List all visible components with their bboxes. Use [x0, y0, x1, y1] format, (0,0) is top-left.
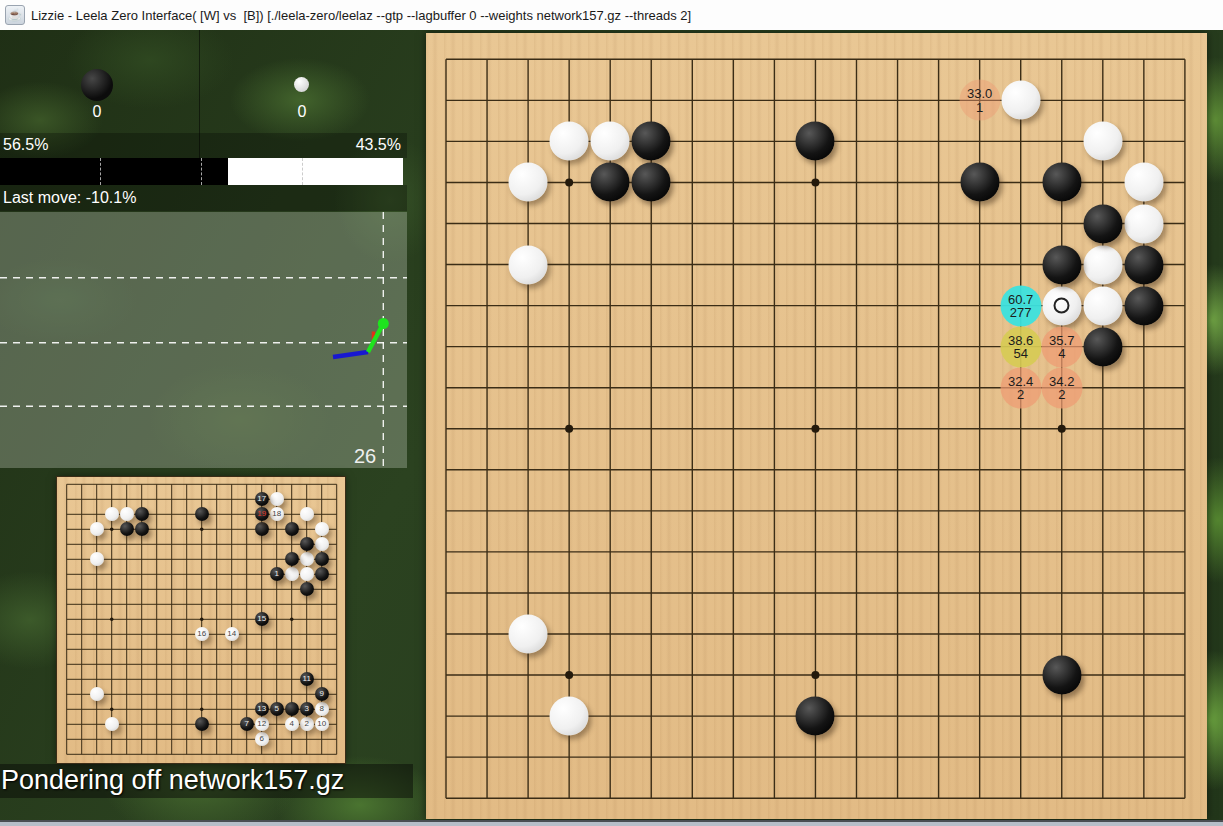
- variation-move-number: 18: [272, 510, 281, 518]
- variation-stone-19: 19: [255, 507, 269, 521]
- candidate-move-P11[interactable]: 32.42: [1000, 367, 1041, 408]
- variation-base-stone-S15: [315, 537, 329, 551]
- stone-white-D3: [550, 697, 589, 736]
- stone-black-K3: [796, 697, 835, 736]
- white-capture-stone-icon: [294, 77, 309, 92]
- variation-stone-7: 7: [240, 717, 254, 731]
- winrate-graph[interactable]: 26: [0, 212, 407, 468]
- winrate-bar: [0, 158, 403, 185]
- variation-base-stone-C14: [90, 552, 104, 566]
- candidate-visits: 2: [1058, 388, 1065, 402]
- star-point: [110, 708, 114, 712]
- variation-stone-5: 5: [270, 702, 284, 716]
- variation-move-number: 14: [227, 630, 236, 638]
- variation-move-number: 16: [197, 630, 206, 638]
- stone-black-Q16: [1042, 163, 1081, 202]
- stone-black-E16: [591, 163, 630, 202]
- star-point: [200, 708, 204, 712]
- variation-stone-13: 13: [255, 702, 269, 716]
- star-point: [200, 618, 204, 622]
- star-point: [110, 618, 114, 622]
- variation-base-stone-K17: [195, 507, 209, 521]
- variation-base-stone-Q13: [285, 567, 299, 581]
- variation-stone-6: 6: [255, 732, 269, 746]
- stone-black-F17: [632, 122, 671, 161]
- variation-base-stone-R13: [300, 567, 314, 581]
- last-move-delta-label: Last move: -10.1%: [0, 185, 407, 211]
- star-point: [200, 528, 204, 532]
- stone-black-K17: [796, 122, 835, 161]
- candidate-move-P13[interactable]: 60.7277: [1000, 285, 1041, 326]
- black-capture-stone-icon: [81, 69, 113, 101]
- variation-base-stone-R14: [300, 552, 314, 566]
- stone-white-C14: [509, 245, 548, 284]
- variation-base-stone-Q4: [285, 702, 299, 716]
- variation-move-number: 3: [304, 705, 308, 713]
- variation-move-number: 15: [257, 615, 266, 623]
- stone-white-Q13: [1042, 286, 1081, 325]
- variation-stone-18: 18: [270, 507, 284, 521]
- variation-stone-11: 11: [300, 672, 314, 686]
- candidate-winrate: 33.0: [967, 87, 992, 101]
- winrate-bar-50-tick: [201, 158, 202, 185]
- variation-move-number: 9: [319, 690, 323, 698]
- variation-base-stone-P18: [270, 492, 284, 506]
- stone-white-C5: [509, 615, 548, 654]
- stone-white-C16: [509, 163, 548, 202]
- variation-base-stone-C5: [90, 687, 104, 701]
- candidate-visits: 277: [1010, 306, 1032, 320]
- window-title: Lizzie - Leela Zero Interface( [W] vs [B…: [31, 8, 691, 23]
- stone-white-D17: [550, 122, 589, 161]
- stone-black-S13: [1124, 286, 1163, 325]
- variation-base-stone-D17: [105, 507, 119, 521]
- variation-stone-1: 1: [270, 567, 284, 581]
- variation-base-stone-F17: [135, 507, 149, 521]
- candidate-winrate: 35.7: [1049, 333, 1074, 347]
- graph-move-number-label: 26: [354, 445, 376, 467]
- candidate-winrate: 34.2: [1049, 374, 1074, 388]
- stone-white-R17: [1083, 122, 1122, 161]
- star-point: [811, 425, 819, 433]
- variation-move-number: 12: [257, 720, 266, 728]
- variation-stone-10: 10: [315, 717, 329, 731]
- variation-stone-9: 9: [315, 687, 329, 701]
- stone-black-R12: [1083, 327, 1122, 366]
- variation-move-number: 8: [319, 705, 323, 713]
- stone-black-F16: [632, 163, 671, 202]
- variation-base-stone-S16: [315, 522, 329, 536]
- candidate-move-Q12[interactable]: 35.74: [1041, 326, 1082, 367]
- star-point: [565, 425, 573, 433]
- star-point: [565, 178, 573, 186]
- candidate-visits: 54: [1013, 347, 1027, 361]
- graph-overlay: [0, 212, 407, 468]
- variation-stone-15: 15: [255, 612, 269, 626]
- candidate-winrate: 60.7: [1008, 292, 1033, 306]
- stone-black-O16: [960, 163, 999, 202]
- star-point: [811, 671, 819, 679]
- winrate-bar-25-tick: [100, 158, 101, 185]
- variation-base-stone-F16: [135, 522, 149, 536]
- variation-stone-17: 17: [255, 492, 269, 506]
- variation-base-stone-Q16: [285, 522, 299, 536]
- variation-stone-2: 2: [300, 717, 314, 731]
- stone-white-S16: [1124, 163, 1163, 202]
- variation-base-stone-R17: [300, 507, 314, 521]
- white-winrate-label: 43.5%: [356, 136, 401, 154]
- main-go-board[interactable]: 60.727738.65435.7434.2232.4233.01: [426, 33, 1207, 819]
- variation-base-stone-C16: [90, 522, 104, 536]
- lizzie-window: ☕ Lizzie - Leela Zero Interface( [W] vs …: [0, 0, 1223, 826]
- stone-black-Q14: [1042, 245, 1081, 284]
- winrate-label-band: 56.5% 43.5%: [0, 133, 407, 158]
- variation-stone-4: 4: [285, 717, 299, 731]
- variation-move-number: 2: [304, 720, 308, 728]
- black-winrate-label: 56.5%: [3, 136, 48, 154]
- variation-move-number: 13: [257, 705, 266, 713]
- candidate-visits: 4: [1058, 347, 1065, 361]
- last-move-marker: [1054, 298, 1070, 314]
- variation-move-number: 19: [257, 510, 266, 518]
- variation-stone-16: 16: [195, 627, 209, 641]
- variation-base-stone-K3: [195, 717, 209, 731]
- variation-base-stone-O16: [255, 522, 269, 536]
- star-point: [110, 528, 114, 532]
- candidate-winrate: 32.4: [1008, 374, 1033, 388]
- variation-move-number: 6: [259, 735, 263, 743]
- candidate-move-Q11[interactable]: 34.22: [1041, 367, 1082, 408]
- variation-move-number: 10: [317, 720, 326, 728]
- variation-base-stone-D3: [105, 717, 119, 731]
- stone-white-E17: [591, 122, 630, 161]
- stone-black-R15: [1083, 204, 1122, 243]
- variation-stone-12: 12: [255, 717, 269, 731]
- window-frame-bottom: [0, 822, 1223, 826]
- candidate-visits: 1: [976, 100, 983, 114]
- variation-stone-8: 8: [315, 702, 329, 716]
- stone-white-S15: [1124, 204, 1163, 243]
- java-coffee-cup-icon: ☕: [5, 5, 25, 25]
- variation-base-stone-R12: [300, 582, 314, 596]
- variation-stone-3: 3: [300, 702, 314, 716]
- stone-white-P18: [1001, 81, 1040, 120]
- variation-base-stone-S14: [315, 552, 329, 566]
- stone-white-R14: [1083, 245, 1122, 284]
- variation-base-stone-R15: [300, 537, 314, 551]
- star-point: [290, 618, 294, 622]
- white-capture-count: 0: [282, 103, 322, 121]
- candidate-move-P12[interactable]: 38.654: [1000, 326, 1041, 367]
- stone-white-R13: [1083, 286, 1122, 325]
- variation-move-number: 17: [257, 495, 266, 503]
- candidate-move-O18[interactable]: 33.01: [959, 80, 1000, 121]
- variation-move-number: 1: [274, 570, 278, 578]
- variation-base-stone-Q14: [285, 552, 299, 566]
- variation-board[interactable]: 12345678910111213141516171819: [57, 477, 345, 763]
- star-point: [811, 178, 819, 186]
- title-bar: ☕ Lizzie - Leela Zero Interface( [W] vs …: [0, 0, 1223, 30]
- variation-base-stone-E16: [120, 522, 134, 536]
- variation-move-number: 7: [244, 720, 248, 728]
- pondering-status: Pondering off network157.gz: [0, 764, 413, 798]
- variation-stone-14: 14: [225, 627, 239, 641]
- graph-current-point: [378, 318, 389, 329]
- stone-black-S14: [1124, 245, 1163, 284]
- stone-black-Q4: [1042, 656, 1081, 695]
- star-point: [1058, 425, 1066, 433]
- variation-base-stone-S13: [315, 567, 329, 581]
- star-point: [565, 671, 573, 679]
- winrate-bar-75-tick: [302, 158, 303, 185]
- variation-move-number: 4: [289, 720, 293, 728]
- candidate-winrate: 38.6: [1008, 333, 1033, 347]
- variation-move-number: 5: [274, 705, 278, 713]
- candidate-visits: 2: [1017, 388, 1024, 402]
- black-capture-count: 0: [77, 103, 117, 121]
- variation-base-stone-E17: [120, 507, 134, 521]
- winrate-bar-black-segment: [0, 158, 228, 185]
- variation-move-number: 11: [303, 675, 311, 683]
